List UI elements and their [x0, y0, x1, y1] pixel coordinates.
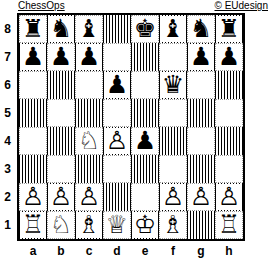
piece-white-bishop: ♗ — [77, 212, 101, 238]
square-e1: ♔ — [131, 211, 159, 239]
file-label-d: d — [103, 243, 131, 258]
square-c7: ♟ — [75, 43, 103, 71]
piece-black-king: ♚ — [133, 16, 157, 42]
square-f2: ♙ — [159, 183, 187, 211]
piece-white-pawn: ♙ — [217, 184, 241, 210]
file-label-g: g — [187, 243, 215, 258]
file-labels: abcdefgh — [19, 243, 243, 258]
piece-black-pawn: ♟ — [77, 44, 101, 70]
square-h6 — [215, 71, 243, 99]
file-label-e: e — [131, 243, 159, 258]
rank-labels: 87654321 — [0, 15, 15, 239]
eudesign-credit-link[interactable]: © EUdesign — [214, 0, 268, 12]
piece-black-pawn: ♟ — [133, 128, 157, 154]
file-label-f: f — [159, 243, 187, 258]
file-label-h: h — [215, 243, 243, 258]
rank-label-5: 5 — [0, 99, 15, 127]
piece-black-pawn: ♟ — [217, 44, 241, 70]
square-h8: ♜ — [215, 15, 243, 43]
square-f3 — [159, 155, 187, 183]
square-g8: ♞ — [187, 15, 215, 43]
diagram-stage: ChessOps © EUdesign 87654321 ♜♞♝♚♝♞♜♟♟♟♟… — [0, 0, 270, 270]
square-d5 — [103, 99, 131, 127]
piece-black-knight: ♞ — [189, 16, 213, 42]
square-g2: ♙ — [187, 183, 215, 211]
piece-white-pawn: ♙ — [77, 184, 101, 210]
square-b3 — [47, 155, 75, 183]
square-d1: ♕ — [103, 211, 131, 239]
square-e3 — [131, 155, 159, 183]
square-b4 — [47, 127, 75, 155]
square-b5 — [47, 99, 75, 127]
square-f7 — [159, 43, 187, 71]
rank-label-8: 8 — [0, 15, 15, 43]
piece-black-pawn: ♟ — [105, 72, 129, 98]
piece-white-pawn: ♙ — [21, 184, 45, 210]
square-f5 — [159, 99, 187, 127]
piece-white-bishop: ♗ — [161, 212, 185, 238]
chessops-link[interactable]: ChessOps — [18, 0, 65, 12]
square-c8: ♝ — [75, 15, 103, 43]
square-d3 — [103, 155, 131, 183]
square-h4 — [215, 127, 243, 155]
square-a6 — [19, 71, 47, 99]
square-a8: ♜ — [19, 15, 47, 43]
rank-label-7: 7 — [0, 43, 15, 71]
piece-black-knight: ♞ — [49, 16, 73, 42]
square-b2: ♙ — [47, 183, 75, 211]
rank-label-2: 2 — [0, 183, 15, 211]
file-label-a: a — [19, 243, 47, 258]
square-e7 — [131, 43, 159, 71]
square-g1 — [187, 211, 215, 239]
square-d6: ♟ — [103, 71, 131, 99]
square-h5 — [215, 99, 243, 127]
piece-black-bishop: ♝ — [161, 16, 185, 42]
square-a3 — [19, 155, 47, 183]
square-c5 — [75, 99, 103, 127]
file-label-c: c — [75, 243, 103, 258]
square-c3 — [75, 155, 103, 183]
square-a5 — [19, 99, 47, 127]
square-d8 — [103, 15, 131, 43]
rank-label-3: 3 — [0, 155, 15, 183]
square-e8: ♚ — [131, 15, 159, 43]
square-h1: ♖ — [215, 211, 243, 239]
square-g6 — [187, 71, 215, 99]
square-b8: ♞ — [47, 15, 75, 43]
square-e5 — [131, 99, 159, 127]
piece-white-rook: ♖ — [21, 212, 45, 238]
square-f4 — [159, 127, 187, 155]
rank-label-6: 6 — [0, 71, 15, 99]
piece-black-queen: ♛ — [161, 72, 185, 98]
square-d4: ♙ — [103, 127, 131, 155]
piece-white-pawn: ♙ — [189, 184, 213, 210]
piece-black-bishop: ♝ — [77, 16, 101, 42]
square-h2: ♙ — [215, 183, 243, 211]
square-f8: ♝ — [159, 15, 187, 43]
file-label-b: b — [47, 243, 75, 258]
piece-black-pawn: ♟ — [49, 44, 73, 70]
square-g5 — [187, 99, 215, 127]
piece-white-pawn: ♙ — [161, 184, 185, 210]
square-c6 — [75, 71, 103, 99]
square-g4 — [187, 127, 215, 155]
piece-white-queen: ♕ — [105, 212, 129, 238]
square-a1: ♖ — [19, 211, 47, 239]
piece-white-pawn: ♙ — [49, 184, 73, 210]
square-e2 — [131, 183, 159, 211]
square-c2: ♙ — [75, 183, 103, 211]
piece-white-rook: ♖ — [217, 212, 241, 238]
piece-black-pawn: ♟ — [21, 44, 45, 70]
square-h3 — [215, 155, 243, 183]
square-d7 — [103, 43, 131, 71]
square-d2 — [103, 183, 131, 211]
square-e6 — [131, 71, 159, 99]
square-b7: ♟ — [47, 43, 75, 71]
square-b6 — [47, 71, 75, 99]
piece-black-pawn: ♟ — [189, 44, 213, 70]
rank-label-4: 4 — [0, 127, 15, 155]
piece-white-knight: ♘ — [77, 128, 101, 154]
square-c1: ♗ — [75, 211, 103, 239]
chess-board: ♜♞♝♚♝♞♜♟♟♟♟♟♟♛♘♙♟♙♙♙♙♙♙♖♘♗♕♔♗♖ — [17, 13, 245, 241]
square-e4: ♟ — [131, 127, 159, 155]
square-g7: ♟ — [187, 43, 215, 71]
square-a7: ♟ — [19, 43, 47, 71]
square-f1: ♗ — [159, 211, 187, 239]
piece-white-pawn: ♙ — [105, 128, 129, 154]
square-a2: ♙ — [19, 183, 47, 211]
square-h7: ♟ — [215, 43, 243, 71]
piece-black-rook: ♜ — [21, 16, 45, 42]
piece-black-rook: ♜ — [217, 16, 241, 42]
square-g3 — [187, 155, 215, 183]
square-a4 — [19, 127, 47, 155]
rank-label-1: 1 — [0, 211, 15, 239]
square-c4: ♘ — [75, 127, 103, 155]
piece-white-knight: ♘ — [49, 212, 73, 238]
square-f6: ♛ — [159, 71, 187, 99]
square-b1: ♘ — [47, 211, 75, 239]
piece-white-king: ♔ — [133, 212, 157, 238]
